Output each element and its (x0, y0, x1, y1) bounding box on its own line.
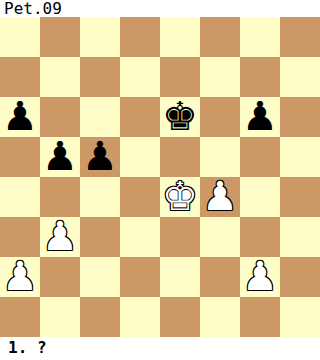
square-d6[interactable] (120, 97, 160, 137)
square-c4[interactable] (80, 177, 120, 217)
square-e2[interactable] (160, 257, 200, 297)
square-f2[interactable] (200, 257, 240, 297)
square-d2[interactable] (120, 257, 160, 297)
square-b3[interactable]: ♟ (40, 217, 80, 257)
square-c7[interactable] (80, 57, 120, 97)
square-e6[interactable]: ♚ (160, 97, 200, 137)
square-e8[interactable] (160, 17, 200, 57)
square-a2[interactable]: ♟ (0, 257, 40, 297)
square-h7[interactable] (280, 57, 320, 97)
square-b1[interactable] (40, 297, 80, 337)
square-g4[interactable] (240, 177, 280, 217)
black-pawn: ♟ (82, 136, 118, 176)
square-b2[interactable] (40, 257, 80, 297)
chess-diagram: Pet.09 ♟♚♟♟♟♚♟♟♟♟ 1. ? (0, 0, 320, 360)
square-f8[interactable] (200, 17, 240, 57)
square-g3[interactable] (240, 217, 280, 257)
square-g1[interactable] (240, 297, 280, 337)
square-d3[interactable] (120, 217, 160, 257)
square-d7[interactable] (120, 57, 160, 97)
square-h2[interactable] (280, 257, 320, 297)
square-e4[interactable]: ♚ (160, 177, 200, 217)
square-c2[interactable] (80, 257, 120, 297)
square-c3[interactable] (80, 217, 120, 257)
square-d1[interactable] (120, 297, 160, 337)
square-a3[interactable] (0, 217, 40, 257)
square-h8[interactable] (280, 17, 320, 57)
white-pawn: ♟ (202, 176, 238, 216)
square-a6[interactable]: ♟ (0, 97, 40, 137)
white-king: ♚ (162, 176, 198, 216)
white-pawn: ♟ (2, 256, 38, 296)
square-f3[interactable] (200, 217, 240, 257)
chess-board: ♟♚♟♟♟♚♟♟♟♟ (0, 17, 320, 337)
square-g2[interactable]: ♟ (240, 257, 280, 297)
square-g8[interactable] (240, 17, 280, 57)
black-king: ♚ (162, 96, 198, 136)
square-g6[interactable]: ♟ (240, 97, 280, 137)
square-e1[interactable] (160, 297, 200, 337)
square-a8[interactable] (0, 17, 40, 57)
square-h3[interactable] (280, 217, 320, 257)
square-a5[interactable] (0, 137, 40, 177)
black-pawn: ♟ (2, 96, 38, 136)
square-b8[interactable] (40, 17, 80, 57)
square-h1[interactable] (280, 297, 320, 337)
square-e5[interactable] (160, 137, 200, 177)
square-d4[interactable] (120, 177, 160, 217)
square-a7[interactable] (0, 57, 40, 97)
square-h4[interactable] (280, 177, 320, 217)
square-d5[interactable] (120, 137, 160, 177)
square-c1[interactable] (80, 297, 120, 337)
move-prompt: 1. ? (8, 337, 47, 360)
square-f5[interactable] (200, 137, 240, 177)
square-b6[interactable] (40, 97, 80, 137)
square-b4[interactable] (40, 177, 80, 217)
square-c8[interactable] (80, 17, 120, 57)
white-pawn: ♟ (42, 216, 78, 256)
square-f1[interactable] (200, 297, 240, 337)
square-h5[interactable] (280, 137, 320, 177)
square-b7[interactable] (40, 57, 80, 97)
square-c5[interactable]: ♟ (80, 137, 120, 177)
diagram-title: Pet.09 (4, 0, 62, 17)
black-pawn: ♟ (42, 136, 78, 176)
square-f4[interactable]: ♟ (200, 177, 240, 217)
square-h6[interactable] (280, 97, 320, 137)
square-a4[interactable] (0, 177, 40, 217)
white-pawn: ♟ (242, 256, 278, 296)
black-pawn: ♟ (242, 96, 278, 136)
square-a1[interactable] (0, 297, 40, 337)
square-f7[interactable] (200, 57, 240, 97)
square-c6[interactable] (80, 97, 120, 137)
square-d8[interactable] (120, 17, 160, 57)
square-e7[interactable] (160, 57, 200, 97)
square-g7[interactable] (240, 57, 280, 97)
square-e3[interactable] (160, 217, 200, 257)
square-b5[interactable]: ♟ (40, 137, 80, 177)
square-f6[interactable] (200, 97, 240, 137)
square-g5[interactable] (240, 137, 280, 177)
